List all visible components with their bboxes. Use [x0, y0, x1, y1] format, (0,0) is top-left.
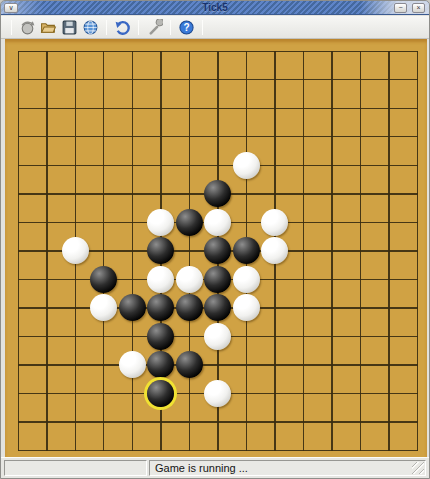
black-stone: [176, 351, 203, 378]
wrench-icon: [146, 19, 163, 36]
status-bar: Game is running ...: [1, 457, 429, 478]
black-stone: [147, 380, 174, 407]
undo-arrow-icon: [114, 19, 131, 36]
new-game-icon: [19, 19, 36, 36]
gomoku-board[interactable]: [5, 39, 427, 459]
toolbar-handle: [11, 20, 12, 35]
toolbar-separator: [170, 20, 171, 35]
app-window: ∨ Tick5 − ×: [0, 0, 430, 479]
open-folder-icon: [40, 19, 57, 36]
white-stone: [90, 294, 117, 321]
title-bar: ∨ Tick5 − ×: [1, 1, 429, 15]
toolbar-separator: [138, 20, 139, 35]
window-title: Tick5: [1, 1, 429, 15]
status-message: Game is running ...: [150, 461, 425, 475]
black-stone: [176, 209, 203, 236]
toolbar: ?: [1, 16, 429, 39]
resize-grip[interactable]: [412, 462, 424, 474]
white-stone: [204, 380, 231, 407]
black-stone: [204, 266, 231, 293]
toolbar-separator: [106, 20, 107, 35]
black-stone: [147, 237, 174, 264]
network-button[interactable]: [81, 18, 100, 37]
black-stone: [147, 351, 174, 378]
new-game-button[interactable]: [18, 18, 37, 37]
white-stone: [62, 237, 89, 264]
white-stone: [176, 266, 203, 293]
close-button[interactable]: ×: [412, 3, 425, 13]
black-stone: [147, 323, 174, 350]
black-stone: [90, 266, 117, 293]
status-panel-left: [4, 460, 147, 476]
help-button[interactable]: ?: [177, 18, 196, 37]
white-stone: [147, 209, 174, 236]
toolbar-separator: [202, 20, 203, 35]
white-stone: [204, 209, 231, 236]
black-stone: [204, 294, 231, 321]
black-stone: [147, 294, 174, 321]
status-panel-right: Game is running ...: [149, 460, 426, 476]
white-stone: [119, 351, 146, 378]
settings-button[interactable]: [145, 18, 164, 37]
open-button[interactable]: [39, 18, 58, 37]
globe-icon: [82, 19, 99, 36]
svg-text:?: ?: [183, 22, 189, 33]
help-icon: ?: [178, 19, 195, 36]
save-button[interactable]: [60, 18, 79, 37]
white-stone: [233, 266, 260, 293]
black-stone: [204, 237, 231, 264]
undo-button[interactable]: [113, 18, 132, 37]
black-stone: [119, 294, 146, 321]
white-stone: [261, 209, 288, 236]
white-stone: [204, 323, 231, 350]
black-stone: [233, 237, 260, 264]
black-stone: [204, 180, 231, 207]
window-menu-button[interactable]: ∨: [4, 3, 18, 13]
white-stone: [261, 237, 288, 264]
black-stone: [176, 294, 203, 321]
minimize-button[interactable]: −: [394, 3, 407, 13]
save-floppy-icon: [61, 19, 78, 36]
white-stone: [233, 152, 260, 179]
white-stone: [147, 266, 174, 293]
white-stone: [233, 294, 260, 321]
